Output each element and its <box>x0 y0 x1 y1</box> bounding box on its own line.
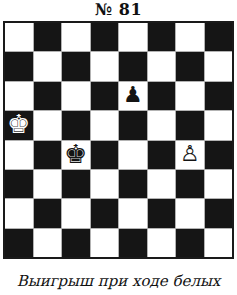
square-f5[interactable] <box>148 111 176 139</box>
square-b7[interactable] <box>34 52 62 80</box>
square-g5[interactable] <box>176 111 204 139</box>
square-b3[interactable] <box>34 170 62 198</box>
square-b5[interactable] <box>34 111 62 139</box>
square-a8[interactable] <box>5 23 33 51</box>
square-e6[interactable]: ♟ <box>119 82 147 110</box>
square-c2[interactable] <box>62 199 90 227</box>
square-c1[interactable] <box>62 229 90 257</box>
black-king-c4: ♚ <box>64 141 87 167</box>
square-g1[interactable] <box>176 229 204 257</box>
square-d7[interactable] <box>91 52 119 80</box>
square-c8[interactable] <box>62 23 90 51</box>
square-e3[interactable] <box>119 170 147 198</box>
square-c5[interactable] <box>62 111 90 139</box>
puzzle-caption: Выигрыш при ходе белых <box>0 272 237 290</box>
square-h5[interactable] <box>205 111 233 139</box>
square-g4[interactable]: ♙ <box>176 141 204 169</box>
square-f6[interactable] <box>148 82 176 110</box>
black-pawn-e6: ♟ <box>123 84 143 106</box>
square-f4[interactable] <box>148 141 176 169</box>
square-h3[interactable] <box>205 170 233 198</box>
square-h1[interactable] <box>205 229 233 257</box>
square-e4[interactable] <box>119 141 147 169</box>
square-e2[interactable] <box>119 199 147 227</box>
square-c6[interactable] <box>62 82 90 110</box>
square-b1[interactable] <box>34 229 62 257</box>
square-c3[interactable] <box>62 170 90 198</box>
square-c7[interactable] <box>62 52 90 80</box>
white-pawn-g4: ♙ <box>180 143 200 165</box>
square-h4[interactable] <box>205 141 233 169</box>
square-c4[interactable]: ♚ <box>62 141 90 169</box>
white-king-a5: ♚ <box>7 111 30 137</box>
square-d1[interactable] <box>91 229 119 257</box>
square-a3[interactable] <box>5 170 33 198</box>
square-h7[interactable] <box>205 52 233 80</box>
square-a2[interactable] <box>5 199 33 227</box>
square-g6[interactable] <box>176 82 204 110</box>
square-e7[interactable] <box>119 52 147 80</box>
square-d3[interactable] <box>91 170 119 198</box>
puzzle-page: № 81 ♟♚♚♙ Выигрыш при ходе белых <box>0 0 237 295</box>
square-d4[interactable] <box>91 141 119 169</box>
square-a1[interactable] <box>5 229 33 257</box>
square-g8[interactable] <box>176 23 204 51</box>
square-f7[interactable] <box>148 52 176 80</box>
square-h6[interactable] <box>205 82 233 110</box>
square-e1[interactable] <box>119 229 147 257</box>
square-b8[interactable] <box>34 23 62 51</box>
square-d2[interactable] <box>91 199 119 227</box>
square-e5[interactable] <box>119 111 147 139</box>
square-a7[interactable] <box>5 52 33 80</box>
square-h2[interactable] <box>205 199 233 227</box>
chess-board: ♟♚♚♙ <box>3 21 234 259</box>
puzzle-number-title: № 81 <box>0 0 237 20</box>
square-d6[interactable] <box>91 82 119 110</box>
square-e8[interactable] <box>119 23 147 51</box>
square-a4[interactable] <box>5 141 33 169</box>
square-g7[interactable] <box>176 52 204 80</box>
square-d5[interactable] <box>91 111 119 139</box>
square-f1[interactable] <box>148 229 176 257</box>
square-b2[interactable] <box>34 199 62 227</box>
square-b4[interactable] <box>34 141 62 169</box>
square-f3[interactable] <box>148 170 176 198</box>
square-g2[interactable] <box>176 199 204 227</box>
square-b6[interactable] <box>34 82 62 110</box>
square-f8[interactable] <box>148 23 176 51</box>
square-a5[interactable]: ♚ <box>5 111 33 139</box>
square-g3[interactable] <box>176 170 204 198</box>
square-a6[interactable] <box>5 82 33 110</box>
square-h8[interactable] <box>205 23 233 51</box>
square-f2[interactable] <box>148 199 176 227</box>
square-d8[interactable] <box>91 23 119 51</box>
